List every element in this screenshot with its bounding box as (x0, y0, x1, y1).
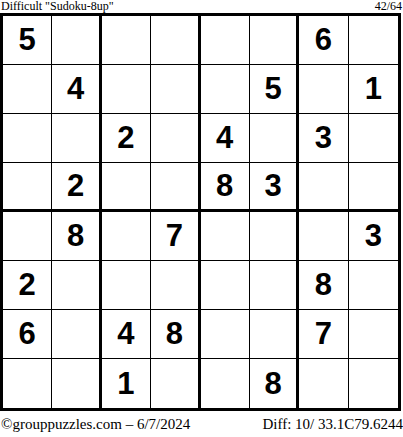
cell-r8c5[interactable] (201, 359, 250, 408)
cell-r2c5[interactable] (201, 65, 250, 114)
cell-r3c6[interactable] (250, 114, 299, 163)
cell-r8c3[interactable]: 1 (102, 359, 151, 408)
sudoku-board: 5645124328387328648718 (0, 13, 401, 411)
cell-r5c6[interactable] (250, 212, 299, 261)
cell-r8c7[interactable] (299, 359, 348, 408)
cell-r2c3[interactable] (102, 65, 151, 114)
cell-r6c7[interactable]: 8 (299, 261, 348, 310)
puzzle-title: Difficult "Sudoku-8up" (1, 0, 114, 13)
cell-r5c2[interactable]: 8 (52, 212, 101, 261)
cell-r7c5[interactable] (201, 310, 250, 359)
cell-r6c8[interactable] (349, 261, 398, 310)
cell-r4c1[interactable] (3, 163, 52, 212)
cell-r2c6[interactable]: 5 (250, 65, 299, 114)
cell-r6c6[interactable] (250, 261, 299, 310)
cell-r7c3[interactable]: 4 (102, 310, 151, 359)
cell-r8c6[interactable]: 8 (250, 359, 299, 408)
puzzle-page: Difficult "Sudoku-8up" 42/64 56451243283… (0, 0, 403, 437)
cell-r3c1[interactable] (3, 114, 52, 163)
cell-r5c3[interactable] (102, 212, 151, 261)
cell-r6c4[interactable] (151, 261, 200, 310)
cell-r8c4[interactable] (151, 359, 200, 408)
header: Difficult "Sudoku-8up" 42/64 (1, 0, 402, 13)
cell-r3c2[interactable] (52, 114, 101, 163)
cell-r3c8[interactable] (349, 114, 398, 163)
cell-r5c7[interactable] (299, 212, 348, 261)
cell-r2c1[interactable] (3, 65, 52, 114)
difficulty-text: Diff: 10/ 33.1C79.6244 (262, 416, 403, 433)
cell-r4c4[interactable] (151, 163, 200, 212)
cell-r4c8[interactable] (349, 163, 398, 212)
cell-r1c7[interactable]: 6 (299, 16, 348, 65)
cell-r5c1[interactable] (3, 212, 52, 261)
cell-r4c7[interactable] (299, 163, 348, 212)
cell-r8c1[interactable] (3, 359, 52, 408)
puzzle-counter: 42/64 (375, 0, 402, 13)
cell-r7c6[interactable] (250, 310, 299, 359)
cell-r3c7[interactable]: 3 (299, 114, 348, 163)
cell-r5c8[interactable]: 3 (349, 212, 398, 261)
cell-r3c5[interactable]: 4 (201, 114, 250, 163)
cell-r7c8[interactable] (349, 310, 398, 359)
cell-r3c3[interactable]: 2 (102, 114, 151, 163)
cell-r6c3[interactable] (102, 261, 151, 310)
cell-r3c4[interactable] (151, 114, 200, 163)
cell-r1c6[interactable] (250, 16, 299, 65)
cell-r5c4[interactable]: 7 (151, 212, 200, 261)
cell-r1c2[interactable] (52, 16, 101, 65)
cell-r2c8[interactable]: 1 (349, 65, 398, 114)
cell-r2c7[interactable] (299, 65, 348, 114)
cell-r6c5[interactable] (201, 261, 250, 310)
footer: ©grouppuzzles.com – 6/7/2024 Diff: 10/ 3… (1, 414, 403, 434)
cell-r2c4[interactable] (151, 65, 200, 114)
cell-r4c6[interactable]: 3 (250, 163, 299, 212)
cell-r7c1[interactable]: 6 (3, 310, 52, 359)
cell-r4c2[interactable]: 2 (52, 163, 101, 212)
cell-r7c7[interactable]: 7 (299, 310, 348, 359)
cell-r1c5[interactable] (201, 16, 250, 65)
cell-r1c4[interactable] (151, 16, 200, 65)
cell-r7c4[interactable]: 8 (151, 310, 200, 359)
cell-r4c5[interactable]: 8 (201, 163, 250, 212)
cell-r6c2[interactable] (52, 261, 101, 310)
cell-r1c1[interactable]: 5 (3, 16, 52, 65)
cell-r7c2[interactable] (52, 310, 101, 359)
cell-r1c3[interactable] (102, 16, 151, 65)
cell-r4c3[interactable] (102, 163, 151, 212)
cell-r2c2[interactable]: 4 (52, 65, 101, 114)
cell-r8c8[interactable] (349, 359, 398, 408)
cell-r1c8[interactable] (349, 16, 398, 65)
cell-r8c2[interactable] (52, 359, 101, 408)
cell-r5c5[interactable] (201, 212, 250, 261)
cell-r6c1[interactable]: 2 (3, 261, 52, 310)
copyright-text: ©grouppuzzles.com – 6/7/2024 (1, 416, 190, 433)
